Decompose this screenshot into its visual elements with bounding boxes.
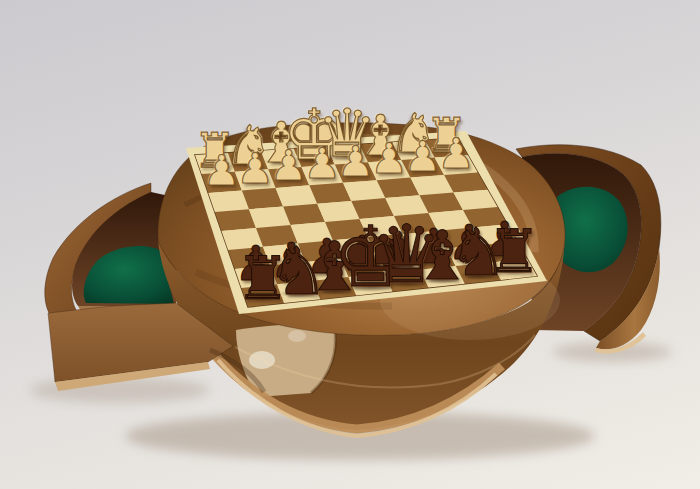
piece-white-pawn[interactable]: ♟: [435, 133, 477, 175]
square-h4[interactable]: [215, 209, 256, 231]
chess-set-photo: ♜♞♝♚♛♝♞♜♟♟♟♟♟♟♟♟♟♟♟♟♟♟♟♟♜♞♝♚♛♝♞♜: [0, 0, 700, 489]
piece-black-rook[interactable]: ♜: [484, 221, 544, 281]
square-g4[interactable]: [249, 206, 291, 228]
left-drawer[interactable]: [45, 183, 178, 319]
